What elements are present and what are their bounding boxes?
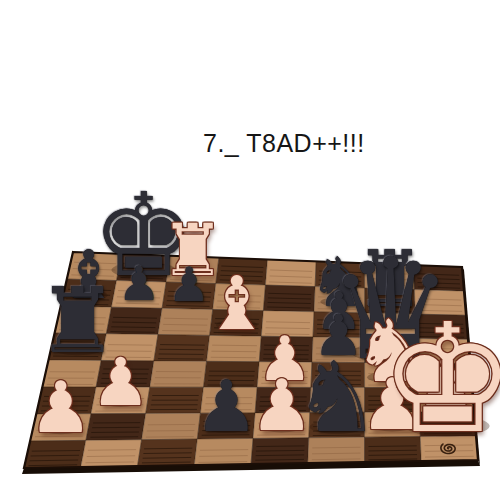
square-a1: [24, 440, 86, 468]
piece-shadow: [367, 371, 415, 383]
wood-grain-line: [264, 350, 309, 351]
wood-grain-line: [110, 332, 154, 333]
wood-grain-line: [264, 345, 309, 346]
wood-grain-line: [35, 436, 83, 437]
wood-grain-line: [160, 345, 205, 346]
square-f4: [311, 362, 365, 387]
piece-shadow: [320, 297, 358, 307]
wood-grain-line: [202, 435, 250, 436]
square-a3: [36, 387, 96, 414]
piece-shadow: [70, 290, 107, 299]
piece-shadow: [352, 343, 430, 363]
wood-grain-line: [90, 437, 138, 438]
piece-shadow: [216, 320, 258, 330]
piece-shadow: [405, 415, 490, 436]
square-c2: [142, 413, 201, 440]
piece-shadow: [52, 342, 103, 355]
wood-grain-line: [420, 337, 464, 338]
square-d4: [203, 361, 259, 387]
piece-shadow: [111, 262, 175, 278]
wood-grain-line: [56, 342, 101, 343]
wood-grain-line: [256, 446, 304, 447]
chessboard: [0, 0, 500, 500]
square-a4: [42, 360, 101, 387]
piece-shadow: [207, 423, 247, 433]
wood-grain-line: [146, 437, 194, 438]
square-c5: [154, 335, 210, 362]
piece-shadow: [102, 398, 139, 407]
wood-grain-line: [144, 448, 192, 449]
square-g3: [365, 387, 420, 412]
wood-grain-line: [256, 450, 304, 451]
illustration-canvas: 7._ T8AD++!!! ♚♜♝♟♟♞♜♝♟♜♟♛♟♞♟♟♟♟♟♞♟♚: [0, 0, 500, 500]
piece-shadow: [310, 420, 365, 434]
wood-grain-line: [257, 435, 305, 436]
piece-shadow: [41, 424, 81, 434]
piece-shadow: [173, 267, 213, 277]
wood-grain-line: [212, 345, 257, 346]
piece-shadow: [268, 372, 302, 381]
square-d7: [213, 284, 266, 311]
wood-grain-line: [313, 435, 361, 436]
piece-shadow: [323, 348, 355, 356]
square-h6: [415, 314, 468, 339]
wood-grain-line: [108, 345, 153, 346]
square-c4: [150, 361, 207, 387]
square-d1: [194, 438, 253, 465]
piece-shadow: [176, 295, 202, 302]
piece-shadow: [427, 397, 464, 406]
square-e3: [255, 387, 311, 413]
square-b6: [106, 307, 162, 334]
square-e6: [261, 311, 314, 337]
wood-grain-line: [159, 349, 204, 350]
square-g1: [365, 437, 422, 462]
piece-shadow: [368, 298, 412, 309]
square-f8: [315, 261, 365, 288]
piece-shadow: [126, 293, 152, 300]
piece-shadow: [262, 422, 302, 432]
wood-grain-line: [368, 433, 416, 434]
wood-grain-line: [368, 446, 416, 447]
wood-grain-line: [143, 453, 191, 454]
piece-shadow: [325, 323, 354, 330]
square-e5: [259, 336, 313, 362]
wood-grain-line: [32, 450, 80, 451]
